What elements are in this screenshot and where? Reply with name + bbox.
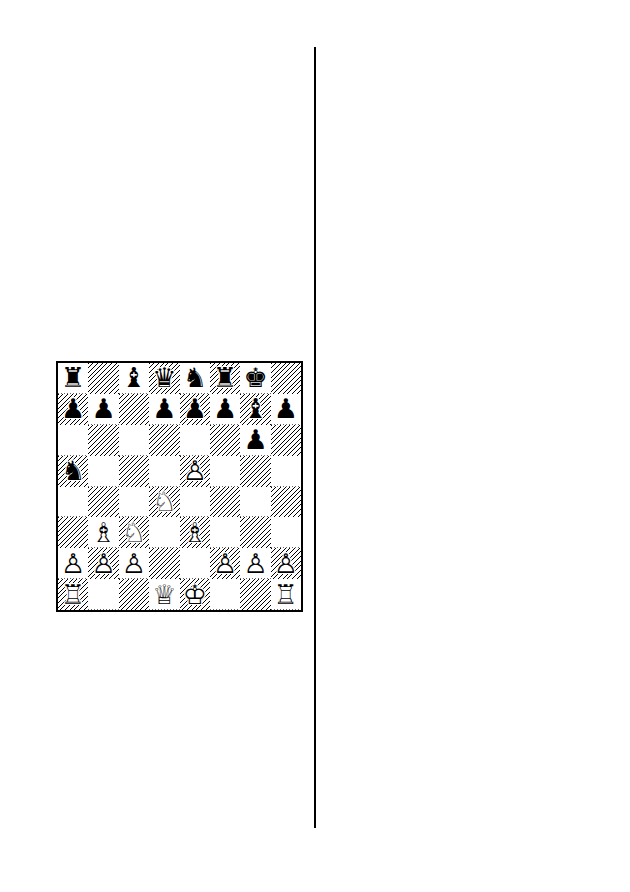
square-h5 xyxy=(271,456,301,487)
column-divider-rule xyxy=(314,47,316,828)
square-a2: ♟♙ xyxy=(58,548,88,579)
square-d7: ♟ xyxy=(149,394,179,425)
square-g6: ♟ xyxy=(240,425,270,456)
black-knight-icon: ♞ xyxy=(180,363,210,394)
white-bishop-icon: ♝♗ xyxy=(88,517,118,548)
square-g3 xyxy=(240,517,270,548)
square-b4 xyxy=(88,487,118,518)
square-c4 xyxy=(119,487,149,518)
square-f5 xyxy=(210,456,240,487)
square-b5 xyxy=(88,456,118,487)
white-king-icon: ♚♔ xyxy=(180,579,210,610)
square-g8: ♚ xyxy=(240,363,270,394)
square-c2: ♟♙ xyxy=(119,548,149,579)
white-knight-icon: ♞♘ xyxy=(149,487,179,518)
square-c6 xyxy=(119,425,149,456)
square-f6 xyxy=(210,425,240,456)
white-pawn-icon: ♟♙ xyxy=(210,548,240,579)
square-d8: ♛ xyxy=(149,363,179,394)
square-g1 xyxy=(240,579,270,610)
square-e6 xyxy=(180,425,210,456)
square-b6 xyxy=(88,425,118,456)
square-e3: ♝♗ xyxy=(180,517,210,548)
square-g4 xyxy=(240,487,270,518)
white-rook-icon: ♜♖ xyxy=(271,579,301,610)
square-a3 xyxy=(58,517,88,548)
square-c7 xyxy=(119,394,149,425)
square-a5: ♞ xyxy=(58,456,88,487)
white-pawn-icon: ♟♙ xyxy=(271,548,301,579)
square-c1 xyxy=(119,579,149,610)
square-f1 xyxy=(210,579,240,610)
white-bishop-icon: ♝♗ xyxy=(180,517,210,548)
book-page: { "game": "chess", "position": { "fen": … xyxy=(0,0,630,892)
white-pawn-icon: ♟♙ xyxy=(180,456,210,487)
black-queen-icon: ♛ xyxy=(149,363,179,394)
white-pawn-icon: ♟♙ xyxy=(88,548,118,579)
square-e8: ♞ xyxy=(180,363,210,394)
square-d6 xyxy=(149,425,179,456)
chess-board-diagram: ♜♝♛♞♜♚♟♟♟♟♟♝♟♟♞♟♙♞♘♝♗♞♘♝♗♟♙♟♙♟♙♟♙♟♙♟♙♜♖♛… xyxy=(56,361,303,612)
square-d1: ♛♕ xyxy=(149,579,179,610)
square-a6 xyxy=(58,425,88,456)
square-d5 xyxy=(149,456,179,487)
white-pawn-icon: ♟♙ xyxy=(240,548,270,579)
square-e7: ♟ xyxy=(180,394,210,425)
square-e2 xyxy=(180,548,210,579)
square-a7: ♟ xyxy=(58,394,88,425)
square-b7: ♟ xyxy=(88,394,118,425)
black-pawn-icon: ♟ xyxy=(180,394,210,425)
square-f3 xyxy=(210,517,240,548)
black-pawn-icon: ♟ xyxy=(271,394,301,425)
square-a4 xyxy=(58,487,88,518)
black-bishop-icon: ♝ xyxy=(119,363,149,394)
square-h8 xyxy=(271,363,301,394)
square-a1: ♜♖ xyxy=(58,579,88,610)
black-rook-icon: ♜ xyxy=(58,363,88,394)
square-d3 xyxy=(149,517,179,548)
square-f4 xyxy=(210,487,240,518)
square-f7: ♟ xyxy=(210,394,240,425)
square-c3: ♞♘ xyxy=(119,517,149,548)
square-h7: ♟ xyxy=(271,394,301,425)
square-b2: ♟♙ xyxy=(88,548,118,579)
square-e1: ♚♔ xyxy=(180,579,210,610)
square-b3: ♝♗ xyxy=(88,517,118,548)
black-pawn-icon: ♟ xyxy=(149,394,179,425)
square-b8 xyxy=(88,363,118,394)
square-f8: ♜ xyxy=(210,363,240,394)
square-e4 xyxy=(180,487,210,518)
black-king-icon: ♚ xyxy=(240,363,270,394)
white-queen-icon: ♛♕ xyxy=(149,579,179,610)
square-g5 xyxy=(240,456,270,487)
square-h6 xyxy=(271,425,301,456)
square-g2: ♟♙ xyxy=(240,548,270,579)
square-c5 xyxy=(119,456,149,487)
square-h3 xyxy=(271,517,301,548)
white-rook-icon: ♜♖ xyxy=(58,579,88,610)
white-pawn-icon: ♟♙ xyxy=(58,548,88,579)
black-knight-icon: ♞ xyxy=(58,456,88,487)
square-h4 xyxy=(271,487,301,518)
square-d2 xyxy=(149,548,179,579)
square-d4: ♞♘ xyxy=(149,487,179,518)
square-a8: ♜ xyxy=(58,363,88,394)
square-c8: ♝ xyxy=(119,363,149,394)
black-pawn-icon: ♟ xyxy=(210,394,240,425)
white-knight-icon: ♞♘ xyxy=(119,517,149,548)
square-e5: ♟♙ xyxy=(180,456,210,487)
black-pawn-icon: ♟ xyxy=(58,394,88,425)
square-h1: ♜♖ xyxy=(271,579,301,610)
black-pawn-icon: ♟ xyxy=(240,425,270,456)
black-bishop-icon: ♝ xyxy=(240,394,270,425)
black-pawn-icon: ♟ xyxy=(88,394,118,425)
white-pawn-icon: ♟♙ xyxy=(119,548,149,579)
black-rook-icon: ♜ xyxy=(210,363,240,394)
square-b1 xyxy=(88,579,118,610)
square-f2: ♟♙ xyxy=(210,548,240,579)
square-h2: ♟♙ xyxy=(271,548,301,579)
square-g7: ♝ xyxy=(240,394,270,425)
